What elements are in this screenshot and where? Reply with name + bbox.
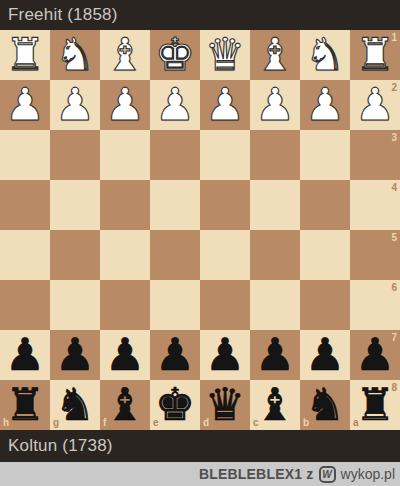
- piece-wK-e1[interactable]: ♚: [155, 32, 195, 77]
- rank-coordinate-1: 1: [391, 33, 397, 43]
- square-a5[interactable]: 5: [350, 230, 400, 280]
- square-a2[interactable]: ♟2: [350, 80, 400, 130]
- square-a7[interactable]: ♟7: [350, 330, 400, 380]
- piece-bQ-d8[interactable]: ♛: [205, 382, 245, 427]
- file-coordinate-b: b: [303, 418, 309, 428]
- square-b7[interactable]: ♟: [300, 330, 350, 380]
- piece-bB-c8[interactable]: ♝: [255, 382, 295, 427]
- square-a8[interactable]: ♜8a: [350, 380, 400, 430]
- rank-coordinate-3: 3: [391, 133, 397, 143]
- square-f3[interactable]: [100, 130, 150, 180]
- square-e1[interactable]: ♚: [150, 30, 200, 80]
- player-top-bar: Freehit (1858): [0, 0, 400, 30]
- piece-wB-c1[interactable]: ♝: [255, 32, 295, 77]
- chess-board: ♜♞♝♚♛♝♞♜1♟♟♟♟♟♟♟♟23456♟♟♟♟♟♟♟♟7♜h♞g♝f♚e♛…: [0, 30, 400, 430]
- file-coordinate-h: h: [3, 418, 9, 428]
- square-b3[interactable]: [300, 130, 350, 180]
- piece-wP-e2[interactable]: ♟: [155, 82, 195, 127]
- square-c6[interactable]: [250, 280, 300, 330]
- rank-coordinate-6: 6: [391, 283, 397, 293]
- square-d8[interactable]: ♛d: [200, 380, 250, 430]
- file-coordinate-f: f: [103, 418, 106, 428]
- square-g1[interactable]: ♞: [50, 30, 100, 80]
- square-h8[interactable]: ♜h: [0, 380, 50, 430]
- piece-bP-d7[interactable]: ♟: [205, 332, 245, 377]
- piece-bN-b8[interactable]: ♞: [305, 382, 345, 427]
- square-f5[interactable]: [100, 230, 150, 280]
- square-f4[interactable]: [100, 180, 150, 230]
- rank-coordinate-7: 7: [391, 333, 397, 343]
- square-h5[interactable]: [0, 230, 50, 280]
- piece-bP-h7[interactable]: ♟: [5, 332, 45, 377]
- square-c8[interactable]: ♝c: [250, 380, 300, 430]
- square-d7[interactable]: ♟: [200, 330, 250, 380]
- square-a4[interactable]: 4: [350, 180, 400, 230]
- player-bottom-bar: Koltun (1738): [0, 430, 400, 462]
- square-b8[interactable]: ♞b: [300, 380, 350, 430]
- square-h4[interactable]: [0, 180, 50, 230]
- piece-wP-g2[interactable]: ♟: [55, 82, 95, 127]
- square-a1[interactable]: ♜1: [350, 30, 400, 80]
- square-b6[interactable]: [300, 280, 350, 330]
- piece-bR-h8[interactable]: ♜: [5, 382, 45, 427]
- square-h2[interactable]: ♟: [0, 80, 50, 130]
- piece-bP-c7[interactable]: ♟: [255, 332, 295, 377]
- piece-bR-a8[interactable]: ♜: [355, 382, 395, 427]
- watermark: BLEBLEBLEX1 z W wykop.pl: [0, 462, 400, 486]
- rank-coordinate-2: 2: [391, 83, 397, 93]
- square-b1[interactable]: ♞: [300, 30, 350, 80]
- piece-wQ-d1[interactable]: ♛: [205, 32, 245, 77]
- file-coordinate-c: c: [253, 418, 259, 428]
- watermark-user-text: BLEBLEBLEX1 z: [199, 466, 314, 482]
- square-d1[interactable]: ♛: [200, 30, 250, 80]
- piece-bK-e8[interactable]: ♚: [155, 382, 195, 427]
- square-h1[interactable]: ♜: [0, 30, 50, 80]
- file-coordinate-a: a: [353, 418, 359, 428]
- watermark-site-text: wykop.pl: [341, 466, 395, 482]
- square-g5[interactable]: [50, 230, 100, 280]
- square-c5[interactable]: [250, 230, 300, 280]
- square-g4[interactable]: [50, 180, 100, 230]
- square-e6[interactable]: [150, 280, 200, 330]
- piece-wR-h1[interactable]: ♜: [5, 32, 45, 77]
- piece-wN-b1[interactable]: ♞: [305, 32, 345, 77]
- square-b5[interactable]: [300, 230, 350, 280]
- file-coordinate-d: d: [203, 418, 209, 428]
- square-g8[interactable]: ♞g: [50, 380, 100, 430]
- piece-wP-h2[interactable]: ♟: [5, 82, 45, 127]
- piece-bN-g8[interactable]: ♞: [55, 382, 95, 427]
- piece-bP-g7[interactable]: ♟: [55, 332, 95, 377]
- rank-coordinate-5: 5: [391, 233, 397, 243]
- square-g2[interactable]: ♟: [50, 80, 100, 130]
- square-a3[interactable]: 3: [350, 130, 400, 180]
- square-h3[interactable]: [0, 130, 50, 180]
- square-h6[interactable]: [0, 280, 50, 330]
- wykop-logo-icon: W: [319, 466, 336, 483]
- square-b4[interactable]: [300, 180, 350, 230]
- square-b2[interactable]: ♟: [300, 80, 350, 130]
- square-g7[interactable]: ♟: [50, 330, 100, 380]
- square-c4[interactable]: [250, 180, 300, 230]
- player-top-label: Freehit (1858): [8, 5, 118, 25]
- piece-wP-b2[interactable]: ♟: [305, 82, 345, 127]
- square-e7[interactable]: ♟: [150, 330, 200, 380]
- piece-bP-f7[interactable]: ♟: [105, 332, 145, 377]
- file-coordinate-e: e: [153, 418, 159, 428]
- piece-bP-b7[interactable]: ♟: [305, 332, 345, 377]
- square-f2[interactable]: ♟: [100, 80, 150, 130]
- square-d3[interactable]: [200, 130, 250, 180]
- piece-bP-e7[interactable]: ♟: [155, 332, 195, 377]
- square-e5[interactable]: [150, 230, 200, 280]
- square-f8[interactable]: ♝f: [100, 380, 150, 430]
- piece-bP-a7[interactable]: ♟: [355, 332, 395, 377]
- square-f6[interactable]: [100, 280, 150, 330]
- square-e8[interactable]: ♚e: [150, 380, 200, 430]
- square-c7[interactable]: ♟: [250, 330, 300, 380]
- square-c3[interactable]: [250, 130, 300, 180]
- square-d2[interactable]: ♟: [200, 80, 250, 130]
- square-f1[interactable]: ♝: [100, 30, 150, 80]
- piece-wP-f2[interactable]: ♟: [105, 82, 145, 127]
- piece-wB-f1[interactable]: ♝: [105, 32, 145, 77]
- square-a6[interactable]: 6: [350, 280, 400, 330]
- file-coordinate-g: g: [53, 418, 59, 428]
- piece-wP-a2[interactable]: ♟: [355, 82, 395, 127]
- square-c1[interactable]: ♝: [250, 30, 300, 80]
- rank-coordinate-8: 8: [391, 383, 397, 393]
- square-f7[interactable]: ♟: [100, 330, 150, 380]
- square-d6[interactable]: [200, 280, 250, 330]
- piece-wP-c2[interactable]: ♟: [255, 82, 295, 127]
- square-h7[interactable]: ♟: [0, 330, 50, 380]
- player-bottom-label: Koltun (1738): [8, 436, 113, 456]
- piece-wR-a1[interactable]: ♜: [355, 32, 395, 77]
- square-e3[interactable]: [150, 130, 200, 180]
- square-g3[interactable]: [50, 130, 100, 180]
- square-e2[interactable]: ♟: [150, 80, 200, 130]
- piece-wN-g1[interactable]: ♞: [55, 32, 95, 77]
- square-e4[interactable]: [150, 180, 200, 230]
- square-d5[interactable]: [200, 230, 250, 280]
- square-c2[interactable]: ♟: [250, 80, 300, 130]
- rank-coordinate-4: 4: [391, 183, 397, 193]
- piece-wP-d2[interactable]: ♟: [205, 82, 245, 127]
- square-d4[interactable]: [200, 180, 250, 230]
- square-g6[interactable]: [50, 280, 100, 330]
- piece-bB-f8[interactable]: ♝: [105, 382, 145, 427]
